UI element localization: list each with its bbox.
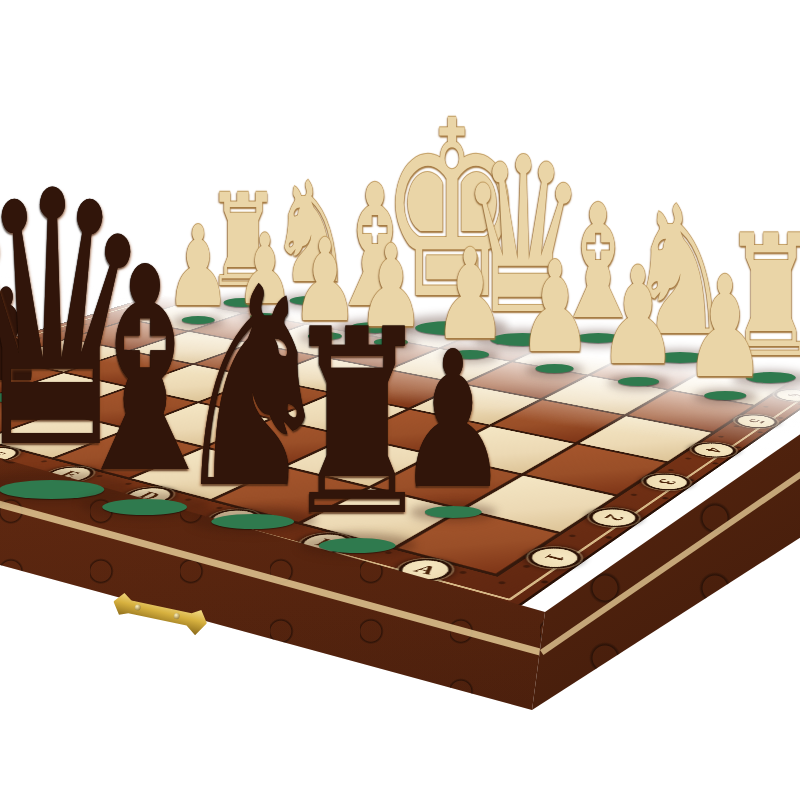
pieces-layer: ♞♜♟♟♝♚♟♝♛♟♟♞♟♜♟♟♟♛♝♟♞♜ [0, 0, 800, 800]
chess-set-photo: ABCDEFGH12345678 ♞♜♟♟♝♚♟♝♛♟♟♞♟♜♟♟♟♛♝♟♞♜ [0, 0, 800, 800]
piece-light-pawn-a7[interactable]: ♟ [662, 258, 788, 398]
rook-glyph: ♜ [281, 295, 432, 551]
piece-dark-rook-c2[interactable]: ♜ [242, 295, 472, 551]
pawn-glyph: ♟ [684, 258, 767, 398]
